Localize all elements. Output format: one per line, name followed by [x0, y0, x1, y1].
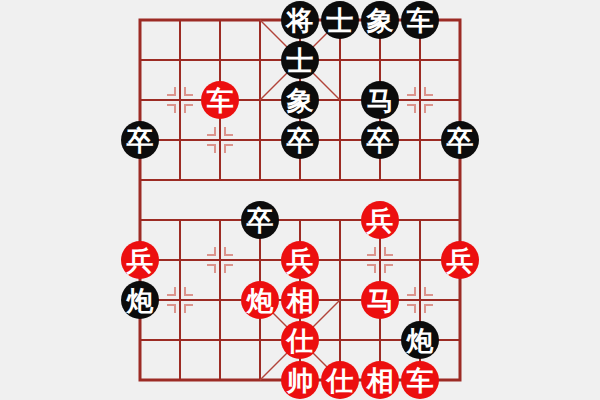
xiangqi-board: 将士象车士车象马卒卒卒卒卒兵兵兵兵炮炮相马仕炮帅仕相车	[0, 0, 600, 400]
piece-black-soldier[interactable]: 卒	[121, 121, 159, 159]
piece-red-soldier[interactable]: 兵	[441, 241, 479, 279]
piece-black-soldier[interactable]: 卒	[281, 121, 319, 159]
point-marker	[425, 305, 433, 313]
point-marker	[385, 247, 393, 255]
point-marker	[425, 87, 433, 95]
point-marker	[367, 247, 375, 255]
piece-black-chariot[interactable]: 车	[401, 1, 439, 39]
point-marker	[225, 247, 233, 255]
point-marker	[167, 305, 175, 313]
piece-red-advisor[interactable]: 仕	[281, 321, 319, 359]
piece-black-soldier[interactable]: 卒	[441, 121, 479, 159]
piece-red-cannon[interactable]: 炮	[241, 281, 279, 319]
piece-black-horse[interactable]: 马	[361, 81, 399, 119]
point-marker	[207, 265, 215, 273]
point-marker	[407, 87, 415, 95]
point-marker	[185, 105, 193, 113]
point-marker	[185, 87, 193, 95]
point-marker	[407, 305, 415, 313]
point-marker	[407, 105, 415, 113]
point-marker	[367, 265, 375, 273]
point-marker	[207, 247, 215, 255]
piece-black-elephant[interactable]: 象	[281, 81, 319, 119]
point-marker	[225, 145, 233, 153]
point-marker	[167, 287, 175, 295]
piece-red-soldier[interactable]: 兵	[361, 201, 399, 239]
piece-red-elephant[interactable]: 相	[361, 361, 399, 399]
point-marker	[225, 127, 233, 135]
point-marker	[407, 287, 415, 295]
point-marker	[207, 127, 215, 135]
piece-black-soldier[interactable]: 卒	[361, 121, 399, 159]
point-marker	[425, 287, 433, 295]
piece-red-general[interactable]: 帅	[281, 361, 319, 399]
point-marker	[225, 265, 233, 273]
point-marker	[167, 105, 175, 113]
piece-black-soldier[interactable]: 卒	[241, 201, 279, 239]
piece-red-soldier[interactable]: 兵	[281, 241, 319, 279]
piece-red-chariot[interactable]: 车	[401, 361, 439, 399]
piece-black-cannon[interactable]: 炮	[121, 281, 159, 319]
piece-black-advisor[interactable]: 士	[281, 41, 319, 79]
piece-red-advisor[interactable]: 仕	[321, 361, 359, 399]
piece-black-general[interactable]: 将	[281, 1, 319, 39]
piece-black-cannon[interactable]: 炮	[401, 321, 439, 359]
piece-red-soldier[interactable]: 兵	[121, 241, 159, 279]
point-marker	[425, 105, 433, 113]
piece-red-elephant[interactable]: 相	[281, 281, 319, 319]
piece-black-elephant[interactable]: 象	[361, 1, 399, 39]
piece-black-advisor[interactable]: 士	[321, 1, 359, 39]
point-marker	[167, 87, 175, 95]
point-marker	[385, 265, 393, 273]
point-marker	[185, 287, 193, 295]
piece-red-horse[interactable]: 马	[361, 281, 399, 319]
point-marker	[207, 145, 215, 153]
point-marker	[185, 305, 193, 313]
piece-red-chariot[interactable]: 车	[201, 81, 239, 119]
